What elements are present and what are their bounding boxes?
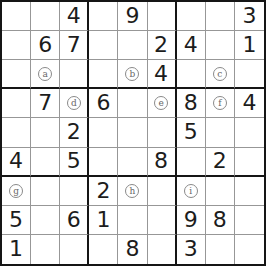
cell-r1c6[interactable]	[148, 2, 177, 31]
cell-r3c9[interactable]	[235, 60, 264, 89]
cell-r2c9[interactable]: 1	[235, 31, 264, 60]
cell-r2c7[interactable]: 4	[177, 31, 206, 60]
given-digit: 8	[184, 92, 198, 114]
cell-r1c5[interactable]: 9	[118, 2, 147, 31]
cell-r3c1[interactable]	[2, 60, 31, 89]
cell-r7c4[interactable]: 2	[89, 177, 118, 206]
cell-r4c3[interactable]: d	[60, 89, 89, 118]
cell-r7c6[interactable]	[148, 177, 177, 206]
given-digit: 5	[184, 121, 198, 143]
given-digit: 8	[125, 238, 139, 260]
sudoku-board: 49367241ab4c7d6e8f4254582g2hi56198183	[0, 0, 266, 266]
cell-r4c4[interactable]: 6	[89, 89, 118, 118]
cell-r5c8[interactable]	[206, 118, 235, 147]
cell-r8c8[interactable]: 8	[206, 206, 235, 235]
cell-r9c6[interactable]	[148, 235, 177, 264]
cell-r5c3[interactable]: 2	[60, 118, 89, 147]
given-digit: 6	[67, 209, 81, 231]
given-digit: 6	[38, 34, 52, 56]
given-digit: 5	[9, 209, 23, 231]
cell-r2c6[interactable]: 2	[148, 31, 177, 60]
given-digit: 1	[9, 238, 23, 260]
circled-letter-f: f	[213, 96, 227, 110]
cell-r7c9[interactable]	[235, 177, 264, 206]
cell-r9c2[interactable]	[31, 235, 60, 264]
cell-r6c8[interactable]: 2	[206, 148, 235, 177]
cell-r9c9[interactable]	[235, 235, 264, 264]
cell-r4c9[interactable]: 4	[235, 89, 264, 118]
cell-r3c3[interactable]	[60, 60, 89, 89]
cell-r8c4[interactable]: 1	[89, 206, 118, 235]
cell-r6c2[interactable]	[31, 148, 60, 177]
given-digit: 2	[213, 150, 227, 172]
cell-r2c1[interactable]	[2, 31, 31, 60]
cell-r4c5[interactable]	[118, 89, 147, 118]
cell-r7c7[interactable]: i	[177, 177, 206, 206]
cell-r2c4[interactable]	[89, 31, 118, 60]
given-digit: 4	[9, 150, 23, 172]
circled-letter-h: h	[125, 184, 139, 198]
given-digit: 1	[242, 34, 256, 56]
given-digit: 6	[96, 92, 110, 114]
given-digit: 1	[96, 209, 110, 231]
cell-r5c9[interactable]	[235, 118, 264, 147]
cell-r9c1[interactable]: 1	[2, 235, 31, 264]
cell-r5c1[interactable]	[2, 118, 31, 147]
cell-r3c8[interactable]: c	[206, 60, 235, 89]
cell-r2c3[interactable]: 7	[60, 31, 89, 60]
cell-r8c5[interactable]	[118, 206, 147, 235]
given-digit: 5	[67, 150, 81, 172]
circled-letter-i: i	[184, 184, 198, 198]
cell-r6c4[interactable]	[89, 148, 118, 177]
cell-r1c4[interactable]	[89, 2, 118, 31]
given-digit: 4	[242, 92, 256, 114]
cell-r4c7[interactable]: 8	[177, 89, 206, 118]
cell-r1c7[interactable]	[177, 2, 206, 31]
cell-r7c8[interactable]	[206, 177, 235, 206]
given-digit: 7	[67, 34, 81, 56]
cell-r3c2[interactable]: a	[31, 60, 60, 89]
given-digit: 9	[184, 209, 198, 231]
given-digit: 4	[154, 63, 168, 85]
cell-r9c4[interactable]	[89, 235, 118, 264]
given-digit: 3	[184, 238, 198, 260]
cell-r8c1[interactable]: 5	[2, 206, 31, 235]
given-digit: 8	[154, 150, 168, 172]
cell-r5c2[interactable]	[31, 118, 60, 147]
given-digit: 2	[67, 121, 81, 143]
cell-r3c5[interactable]: b	[118, 60, 147, 89]
cell-r6c7[interactable]	[177, 148, 206, 177]
given-digit: 3	[242, 5, 256, 27]
cell-r4c1[interactable]	[2, 89, 31, 118]
cell-r2c5[interactable]	[118, 31, 147, 60]
given-digit: 2	[96, 180, 110, 202]
circled-letter-d: d	[67, 96, 81, 110]
cell-r1c1[interactable]	[2, 2, 31, 31]
cell-r8c3[interactable]: 6	[60, 206, 89, 235]
cell-r5c4[interactable]	[89, 118, 118, 147]
cell-r8c2[interactable]	[31, 206, 60, 235]
cell-r6c6[interactable]: 8	[148, 148, 177, 177]
circled-letter-e: e	[154, 96, 168, 110]
cell-r8c7[interactable]: 9	[177, 206, 206, 235]
cell-r8c9[interactable]	[235, 206, 264, 235]
cell-r4c8[interactable]: f	[206, 89, 235, 118]
cell-r4c2[interactable]: 7	[31, 89, 60, 118]
cell-r7c3[interactable]	[60, 177, 89, 206]
cell-r2c2[interactable]: 6	[31, 31, 60, 60]
cell-r9c7[interactable]: 3	[177, 235, 206, 264]
cell-r3c6[interactable]: 4	[148, 60, 177, 89]
cell-r6c1[interactable]: 4	[2, 148, 31, 177]
cell-r1c2[interactable]	[31, 2, 60, 31]
given-digit: 2	[154, 34, 168, 56]
cell-r7c5[interactable]: h	[118, 177, 147, 206]
cell-r3c7[interactable]	[177, 60, 206, 89]
cell-r9c5[interactable]: 8	[118, 235, 147, 264]
cell-r9c8[interactable]	[206, 235, 235, 264]
cell-r6c9[interactable]	[235, 148, 264, 177]
cell-r1c3[interactable]: 4	[60, 2, 89, 31]
cell-r4c6[interactable]: e	[148, 89, 177, 118]
cell-r7c2[interactable]	[31, 177, 60, 206]
circled-letter-g: g	[9, 184, 23, 198]
cell-r5c5[interactable]	[118, 118, 147, 147]
given-digit: 4	[67, 5, 81, 27]
cell-r1c8[interactable]	[206, 2, 235, 31]
given-digit: 8	[213, 209, 227, 231]
given-digit: 4	[184, 34, 198, 56]
cell-r1c9[interactable]: 3	[235, 2, 264, 31]
cell-r5c6[interactable]	[148, 118, 177, 147]
circled-letter-a: a	[38, 67, 52, 81]
cell-r5c7[interactable]: 5	[177, 118, 206, 147]
cell-r3c4[interactable]	[89, 60, 118, 89]
given-digit: 7	[38, 92, 52, 114]
circled-letter-c: c	[213, 67, 227, 81]
cell-r9c3[interactable]	[60, 235, 89, 264]
cell-r6c3[interactable]: 5	[60, 148, 89, 177]
cell-r8c6[interactable]	[148, 206, 177, 235]
cell-r2c8[interactable]	[206, 31, 235, 60]
cell-r7c1[interactable]: g	[2, 177, 31, 206]
circled-letter-b: b	[125, 67, 139, 81]
cell-r6c5[interactable]	[118, 148, 147, 177]
given-digit: 9	[125, 5, 139, 27]
